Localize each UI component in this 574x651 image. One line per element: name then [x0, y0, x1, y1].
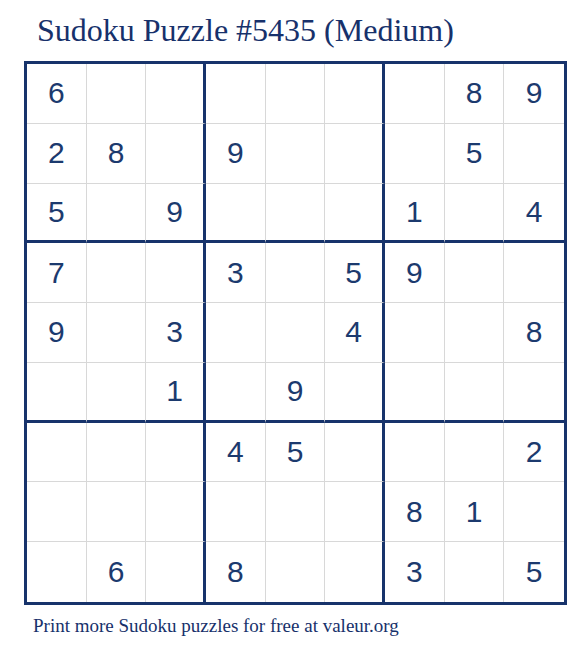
cell-r8c9[interactable] [504, 482, 564, 542]
cell-r2c2[interactable]: 8 [87, 124, 147, 184]
cell-r5c5[interactable] [266, 303, 326, 363]
cell-r9c9[interactable]: 5 [504, 542, 564, 602]
cell-r3c7[interactable]: 1 [385, 184, 445, 244]
cell-r3c4[interactable] [206, 184, 266, 244]
cell-r1c4[interactable] [206, 64, 266, 124]
cell-r3c9[interactable]: 4 [504, 184, 564, 244]
cell-r6c4[interactable] [206, 363, 266, 423]
cell-r1c1[interactable]: 6 [27, 64, 87, 124]
cell-r4c5[interactable] [266, 243, 326, 303]
cell-r7c2[interactable] [87, 423, 147, 483]
cell-r5c1[interactable]: 9 [27, 303, 87, 363]
cell-r8c8[interactable]: 1 [445, 482, 505, 542]
cell-r5c7[interactable] [385, 303, 445, 363]
cell-r6c7[interactable] [385, 363, 445, 423]
cell-r8c4[interactable] [206, 482, 266, 542]
cell-r9c3[interactable] [146, 542, 206, 602]
cell-r8c6[interactable] [325, 482, 385, 542]
cell-r5c4[interactable] [206, 303, 266, 363]
cell-r4c4[interactable]: 3 [206, 243, 266, 303]
cell-r5c9[interactable]: 8 [504, 303, 564, 363]
cell-r9c5[interactable] [266, 542, 326, 602]
cell-r2c3[interactable] [146, 124, 206, 184]
footer-text: Print more Sudoku puzzles for free at va… [33, 615, 399, 637]
cell-r2c8[interactable]: 5 [445, 124, 505, 184]
cell-r1c8[interactable]: 8 [445, 64, 505, 124]
cell-r3c6[interactable] [325, 184, 385, 244]
cell-r4c7[interactable]: 9 [385, 243, 445, 303]
cell-r5c3[interactable]: 3 [146, 303, 206, 363]
cell-r5c8[interactable] [445, 303, 505, 363]
cell-r2c4[interactable]: 9 [206, 124, 266, 184]
cell-r6c9[interactable] [504, 363, 564, 423]
cell-r7c5[interactable]: 5 [266, 423, 326, 483]
cell-r7c8[interactable] [445, 423, 505, 483]
cell-r9c2[interactable]: 6 [87, 542, 147, 602]
cell-r5c2[interactable] [87, 303, 147, 363]
cell-r7c1[interactable] [27, 423, 87, 483]
cell-r3c5[interactable] [266, 184, 326, 244]
cell-r8c1[interactable] [27, 482, 87, 542]
cell-r4c1[interactable]: 7 [27, 243, 87, 303]
cell-r8c5[interactable] [266, 482, 326, 542]
page: Sudoku Puzzle #5435 (Medium) 68928955914… [0, 0, 574, 651]
cell-r3c8[interactable] [445, 184, 505, 244]
sudoku-board: 689289559147359934819452816835 [24, 61, 567, 605]
cell-r8c7[interactable]: 8 [385, 482, 445, 542]
cell-r7c6[interactable] [325, 423, 385, 483]
cell-r1c7[interactable] [385, 64, 445, 124]
cell-r3c2[interactable] [87, 184, 147, 244]
cell-r2c6[interactable] [325, 124, 385, 184]
cell-r4c3[interactable] [146, 243, 206, 303]
cell-r1c5[interactable] [266, 64, 326, 124]
cell-r9c1[interactable] [27, 542, 87, 602]
cell-r9c8[interactable] [445, 542, 505, 602]
cell-r6c8[interactable] [445, 363, 505, 423]
cell-r1c2[interactable] [87, 64, 147, 124]
cell-r9c6[interactable] [325, 542, 385, 602]
cell-r1c9[interactable]: 9 [504, 64, 564, 124]
cell-r1c3[interactable] [146, 64, 206, 124]
cell-r3c3[interactable]: 9 [146, 184, 206, 244]
cell-r3c1[interactable]: 5 [27, 184, 87, 244]
cell-r7c9[interactable]: 2 [504, 423, 564, 483]
cell-r4c8[interactable] [445, 243, 505, 303]
cell-r2c7[interactable] [385, 124, 445, 184]
cell-r6c5[interactable]: 9 [266, 363, 326, 423]
cell-r9c4[interactable]: 8 [206, 542, 266, 602]
cell-r8c2[interactable] [87, 482, 147, 542]
cell-r2c5[interactable] [266, 124, 326, 184]
cell-r9c7[interactable]: 3 [385, 542, 445, 602]
cell-r6c1[interactable] [27, 363, 87, 423]
cell-r4c6[interactable]: 5 [325, 243, 385, 303]
cell-r8c3[interactable] [146, 482, 206, 542]
cell-r1c6[interactable] [325, 64, 385, 124]
cell-r2c9[interactable] [504, 124, 564, 184]
page-title: Sudoku Puzzle #5435 (Medium) [37, 13, 454, 48]
cell-r7c7[interactable] [385, 423, 445, 483]
cell-r4c2[interactable] [87, 243, 147, 303]
cell-r7c4[interactable]: 4 [206, 423, 266, 483]
cell-r6c2[interactable] [87, 363, 147, 423]
cell-r2c1[interactable]: 2 [27, 124, 87, 184]
cell-r6c3[interactable]: 1 [146, 363, 206, 423]
cell-r4c9[interactable] [504, 243, 564, 303]
cell-r6c6[interactable] [325, 363, 385, 423]
cell-r7c3[interactable] [146, 423, 206, 483]
cell-r5c6[interactable]: 4 [325, 303, 385, 363]
